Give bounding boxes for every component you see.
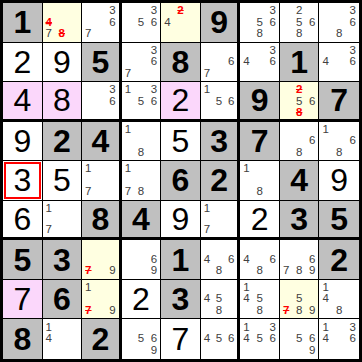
given-digit-3: 3 [280,201,319,238]
cell-r4c7[interactable]: 7 [240,122,280,162]
empty-pencil-slot [265,293,276,305]
empty-pencil-slot [204,96,214,108]
candidate-7: 7 [85,28,95,40]
empty-pencil-slot [322,345,333,357]
eliminated-candidate-2: 2 [294,84,305,96]
empty-pencil-slot [125,333,136,345]
cell-r6c1[interactable]: 6 [3,201,43,241]
cell-r4c2[interactable]: 2 [43,122,83,162]
cell-r6c7[interactable]: 2 [240,201,280,241]
cell-r6c9[interactable]: 5 [319,201,359,241]
cell-r4c5[interactable]: 5 [161,122,201,162]
cell-r3c6[interactable]: 156 [201,82,241,122]
cell-r8c9[interactable]: 148 [319,280,359,320]
cell-r1c6[interactable]: 9 [201,3,241,43]
empty-pencil-slot [125,17,136,29]
candidate-4: 4 [322,56,333,68]
empty-pencil-slot [283,282,294,294]
pencil-marks: 569 [280,319,319,359]
empty-pencil-slot [214,345,224,357]
solved-digit-6: 6 [3,201,42,238]
empty-pencil-slot [345,147,356,159]
candidate-5: 5 [294,333,305,345]
cell-r6c6[interactable]: 17 [201,201,241,241]
empty-pencil-slot [254,242,265,254]
empty-pencil-slot [334,321,345,333]
empty-pencil-slot [146,28,157,40]
candidate-8: 8 [214,265,224,277]
empty-pencil-slot [85,242,95,254]
cell-r9c9[interactable]: 1346 [319,319,359,359]
cell-r3c8[interactable]: 2568 [280,82,320,122]
cell-r4c1[interactable]: 9 [3,122,43,162]
cell-r2c4[interactable]: 367 [122,43,162,83]
candidate-7: 7 [46,28,57,40]
solved-digit-2: 2 [3,43,42,82]
cell-r3c9[interactable]: 7 [319,82,359,122]
empty-pencil-slot [56,224,67,236]
empty-pencil-slot [322,305,333,317]
pencil-marks: 17 [82,161,119,200]
cell-r1c5[interactable]: 24 [161,3,201,43]
cell-r8c2[interactable]: 6 [43,280,83,320]
eliminated-candidate-8: 8 [294,107,305,119]
empty-pencil-slot [125,96,136,108]
solved-digit-9: 9 [161,201,200,238]
candidate-1: 1 [204,203,214,215]
empty-pencil-slot [146,175,157,187]
empty-pencil-slot [265,28,276,40]
cell-r2c7[interactable]: 346 [240,43,280,83]
cell-r9c3[interactable]: 2 [82,319,122,359]
empty-pencil-slot [85,84,95,96]
candidate-8: 8 [294,265,305,277]
empty-pencil-slot [334,124,345,136]
candidate-1: 1 [46,203,57,215]
cell-r9c2[interactable]: 14 [43,319,83,359]
empty-pencil-slot [265,186,276,198]
empty-pencil-slot [283,28,294,40]
empty-pencil-slot [334,345,345,357]
cell-r8c6[interactable]: 458 [201,280,241,320]
cell-r4c6[interactable]: 3 [201,122,241,162]
cell-r5c4[interactable]: 178 [122,161,162,201]
empty-pencil-slot [105,175,115,187]
empty-pencil-slot [67,333,78,345]
empty-pencil-slot [283,135,294,147]
cell-r3c1[interactable]: 4 [3,82,43,122]
empty-pencil-slot [214,84,224,96]
empty-pencil-slot [243,265,254,277]
empty-pencil-slot [345,28,356,40]
candidate-5: 5 [136,17,147,29]
given-digit-4: 4 [122,201,161,238]
empty-pencil-slot [322,5,333,17]
empty-pencil-slot [283,84,294,96]
cell-r7c8[interactable]: 6789 [280,240,320,280]
eliminated-candidate-7: 7 [85,265,95,277]
cell-r7c9[interactable]: 2 [319,240,359,280]
cell-r2c8[interactable]: 1 [280,43,320,83]
eliminated-candidate-7: 7 [85,305,95,317]
empty-pencil-slot [224,84,234,96]
candidate-9: 9 [305,305,316,317]
empty-pencil-slot [345,293,356,305]
empty-pencil-slot [305,147,316,159]
candidate-8: 8 [136,186,147,198]
cell-r7c6[interactable]: 468 [201,240,241,280]
cell-r7c3[interactable]: 79 [82,240,122,280]
candidate-8: 8 [334,305,345,317]
solved-digit-9: 9 [319,161,359,200]
empty-pencil-slot [95,265,105,277]
empty-pencil-slot [214,107,224,117]
candidate-4: 4 [322,293,333,305]
empty-pencil-slot [243,186,254,198]
empty-pencil-slot [334,68,345,80]
cell-r8c3[interactable]: 179 [82,280,122,320]
empty-pencil-slot [214,68,224,80]
empty-pencil-slot [125,5,136,17]
empty-pencil-slot [95,242,105,254]
pencil-marks: 18 [240,161,279,200]
cell-r8c5[interactable]: 3 [161,280,201,320]
cell-r9c1[interactable]: 8 [3,319,43,359]
eliminated-candidate-7: 7 [283,305,294,317]
empty-pencil-slot [243,345,254,357]
cell-r8c1[interactable]: 7 [3,280,43,320]
empty-pencil-slot [305,282,316,294]
cell-r5c3[interactable]: 17 [82,161,122,201]
cell-r2c5[interactable]: 8 [161,43,201,83]
candidate-4: 4 [243,293,254,305]
empty-pencil-slot [125,265,136,277]
empty-pencil-slot [67,345,78,357]
empty-pencil-slot [175,28,186,40]
solved-digit-2: 2 [161,82,200,119]
empty-pencil-slot [305,5,316,17]
given-digit-1: 1 [3,3,42,42]
empty-pencil-slot [95,175,105,187]
empty-pencil-slot [254,163,265,175]
cell-r9c7[interactable]: 13456 [240,319,280,359]
cell-r1c8[interactable]: 2568 [280,3,320,43]
candidate-1: 1 [243,163,254,175]
empty-pencil-slot [224,265,234,277]
empty-pencil-slot [67,203,78,215]
empty-pencil-slot [146,68,157,80]
candidate-4: 4 [243,333,254,345]
empty-pencil-slot [345,345,356,357]
cell-r9c5[interactable]: 7 [161,319,201,359]
empty-pencil-slot [186,5,197,17]
candidate-8: 8 [214,305,224,317]
cell-r7c1[interactable]: 5 [3,240,43,280]
candidate-4: 4 [46,333,57,345]
empty-pencil-slot [67,28,78,40]
given-digit-3: 3 [161,280,200,319]
empty-pencil-slot [56,203,67,215]
given-digit-3: 3 [201,122,238,161]
empty-pencil-slot [322,135,333,147]
empty-pencil-slot [322,68,333,80]
given-digit-4: 4 [82,122,119,161]
pencil-marks: 13456 [240,319,279,359]
cell-r5c8[interactable]: 4 [280,161,320,201]
empty-pencil-slot [243,28,254,40]
candidate-6: 6 [146,56,157,68]
empty-pencil-slot [136,68,147,80]
candidate-6: 6 [345,56,356,68]
cell-r7c5[interactable]: 1 [161,240,201,280]
empty-pencil-slot [85,107,95,117]
empty-pencil-slot [67,5,78,17]
empty-pencil-slot [125,254,136,266]
empty-pencil-slot [136,242,147,254]
empty-pencil-slot [283,321,294,333]
cell-r2c9[interactable]: 346 [319,43,359,83]
pencil-marks: 6789 [280,240,319,279]
pencil-marks: 67 [201,43,238,82]
empty-pencil-slot [224,68,234,80]
empty-pencil-slot [85,5,95,17]
empty-pencil-slot [265,345,276,357]
empty-pencil-slot [146,135,157,147]
cell-r4c8[interactable]: 68 [280,122,320,162]
empty-pencil-slot [345,68,356,80]
given-digit-9: 9 [201,3,238,42]
empty-pencil-slot [254,5,265,17]
empty-pencil-slot [322,147,333,159]
cell-r5c6[interactable]: 2 [201,161,241,201]
empty-pencil-slot [305,28,316,40]
empty-pencil-slot [95,28,105,40]
given-digit-5: 5 [82,43,119,82]
cell-r6c2[interactable]: 17 [43,201,83,241]
cell-r7c2[interactable]: 3 [43,240,83,280]
empty-pencil-slot [265,305,276,317]
given-digit-8: 8 [82,201,119,238]
cell-r2c2[interactable]: 9 [43,43,83,83]
pencil-marks: 468 [201,240,238,279]
empty-pencil-slot [224,345,234,357]
cell-r5c5[interactable]: 6 [161,161,201,201]
candidate-9: 9 [305,265,316,277]
empty-pencil-slot [95,254,105,266]
empty-pencil-slot [136,163,147,175]
empty-pencil-slot [224,293,234,305]
empty-pencil-slot [95,186,105,198]
cell-r6c5[interactable]: 9 [161,201,201,241]
empty-pencil-slot [125,242,136,254]
cell-r8c7[interactable]: 1458 [240,280,280,320]
empty-pencil-slot [105,242,115,254]
cell-r3c4[interactable]: 1356 [122,82,162,122]
empty-pencil-slot [136,56,147,68]
candidate-6: 6 [305,96,316,108]
cell-r6c8[interactable]: 3 [280,201,320,241]
candidate-1: 1 [204,84,214,96]
pencil-marks: 178 [122,161,161,200]
candidate-1: 1 [125,124,136,136]
empty-pencil-slot [125,321,136,333]
cell-r2c1[interactable]: 2 [3,43,43,83]
cell-r1c4[interactable]: 356 [122,3,162,43]
candidate-5: 5 [136,333,147,345]
empty-pencil-slot [95,282,105,294]
empty-pencil-slot [265,68,276,80]
empty-pencil-slot [125,45,136,57]
empty-pencil-slot [254,345,265,357]
candidate-4: 4 [204,254,214,266]
candidate-8: 8 [334,28,345,40]
candidate-8: 8 [254,186,265,198]
empty-pencil-slot [67,17,78,29]
cell-r4c9[interactable]: 168 [319,122,359,162]
empty-pencil-slot [56,5,67,17]
empty-pencil-slot [224,203,234,215]
candidate-6: 6 [146,96,157,108]
empty-pencil-slot [265,265,276,277]
given-digit-2: 2 [82,319,119,359]
empty-pencil-slot [224,224,234,236]
cell-r3c5[interactable]: 2 [161,82,201,122]
cell-r3c3[interactable]: 36 [82,82,122,122]
solved-digit-9: 9 [43,43,82,82]
empty-pencil-slot [204,45,214,57]
candidate-8: 8 [254,28,265,40]
given-digit-1: 1 [280,43,319,82]
cell-r1c1[interactable]: 1 [3,3,43,43]
cell-r9c6[interactable]: 456 [201,319,241,359]
pencil-marks: 68 [280,122,319,161]
empty-pencil-slot [214,224,224,236]
candidate-8: 8 [254,305,265,317]
solved-digit-4: 4 [3,82,42,119]
cell-r2c6[interactable]: 67 [201,43,241,83]
empty-pencil-slot [136,254,147,266]
empty-pencil-slot [136,84,147,96]
cell-r1c7[interactable]: 3568 [240,3,280,43]
cell-r5c1[interactable]: 3 [3,161,43,201]
pencil-marks: 356 [122,3,161,42]
empty-pencil-slot [146,186,157,198]
empty-pencil-slot [334,135,345,147]
cell-r4c4[interactable]: 18 [122,122,162,162]
pencil-marks: 17 [201,201,238,238]
candidate-9: 9 [146,345,157,357]
candidate-4: 4 [243,56,254,68]
empty-pencil-slot [294,135,305,147]
candidate-8: 8 [334,147,345,159]
given-digit-2: 2 [43,122,82,161]
empty-pencil-slot [224,214,234,224]
empty-pencil-slot [56,333,67,345]
solved-digit-7: 7 [3,280,42,319]
empty-pencil-slot [67,214,78,224]
cell-r4c3[interactable]: 4 [82,122,122,162]
candidate-7: 7 [125,68,136,80]
candidate-4: 4 [322,333,333,345]
cell-r7c7[interactable]: 468 [240,240,280,280]
empty-pencil-slot [294,242,305,254]
empty-pencil-slot [146,163,157,175]
cell-r8c4[interactable]: 2 [122,280,162,320]
cell-r5c7[interactable]: 18 [240,161,280,201]
pencil-marks: 179 [82,280,119,319]
candidate-6: 6 [265,56,276,68]
pencil-marks: 69 [122,240,161,279]
cell-r9c8[interactable]: 569 [280,319,320,359]
empty-pencil-slot [204,305,214,317]
empty-pencil-slot [283,124,294,136]
empty-pencil-slot [95,107,105,117]
given-digit-1: 1 [161,240,200,279]
cell-r7c4[interactable]: 69 [122,240,162,280]
candidate-8: 8 [294,305,305,317]
given-digit-5: 5 [319,201,359,238]
empty-pencil-slot [224,305,234,317]
pencil-marks: 2568 [280,82,319,119]
empty-pencil-slot [305,84,316,96]
cell-r1c9[interactable]: 368 [319,3,359,43]
cell-r3c7[interactable]: 9 [240,82,280,122]
empty-pencil-slot [224,107,234,117]
cell-r9c4[interactable]: 569 [122,319,162,359]
candidate-9: 9 [305,345,316,357]
given-digit-7: 7 [319,82,359,119]
empty-pencil-slot [56,321,67,333]
given-digit-4: 4 [280,161,319,200]
empty-pencil-slot [67,321,78,333]
empty-pencil-slot [214,214,224,224]
cell-r8c8[interactable]: 5789 [280,280,320,320]
pencil-marks: 24 [161,3,200,42]
candidate-9: 9 [105,265,115,277]
candidate-6: 6 [305,135,316,147]
empty-pencil-slot [125,107,136,117]
cell-r1c3[interactable]: 367 [82,3,122,43]
cell-r6c3[interactable]: 8 [82,201,122,241]
eliminated-candidate-8: 8 [56,28,67,40]
cell-r3c2[interactable]: 8 [43,82,83,122]
empty-pencil-slot [265,163,276,175]
empty-pencil-slot [283,96,294,108]
candidate-4: 4 [243,254,254,266]
empty-pencil-slot [186,17,197,29]
pencil-marks: 346 [319,43,359,82]
cell-r5c9[interactable]: 9 [319,161,359,201]
empty-pencil-slot [175,17,186,29]
cell-r5c2[interactable]: 5 [43,161,83,201]
candidate-2: 2 [294,5,305,17]
empty-pencil-slot [56,214,67,224]
solved-digit-7: 7 [161,319,200,359]
empty-pencil-slot [283,333,294,345]
empty-pencil-slot [204,265,214,277]
solved-digit-5: 5 [161,122,200,161]
cell-r2c3[interactable]: 5 [82,43,122,83]
cell-r1c2[interactable]: 478 [43,3,83,43]
cell-r6c4[interactable]: 4 [122,201,162,241]
empty-pencil-slot [164,28,175,40]
empty-pencil-slot [243,5,254,17]
empty-pencil-slot [243,175,254,187]
candidate-6: 6 [265,17,276,29]
candidate-6: 6 [345,17,356,29]
candidate-7: 7 [283,265,294,277]
candidate-6: 6 [224,96,234,108]
